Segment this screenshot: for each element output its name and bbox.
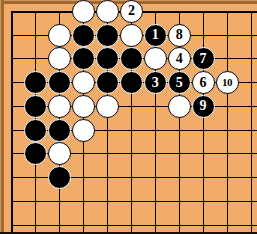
stone-black: [24, 95, 47, 118]
intersection: [0, 213, 24, 234]
intersection: [96, 166, 120, 190]
stone-black: [96, 24, 119, 47]
intersection: [191, 0, 215, 23]
stone-white: [96, 0, 119, 23]
intersection: 6: [191, 71, 215, 95]
intersection: [24, 213, 48, 234]
intersection: 7: [191, 47, 215, 71]
intersection: [48, 213, 72, 234]
move-number: 9: [200, 99, 207, 113]
intersection: [120, 118, 144, 142]
intersection: [120, 166, 144, 190]
intersection: [239, 142, 257, 166]
stone-black: [72, 47, 95, 70]
move-number: 5: [176, 75, 183, 89]
stone-white: [72, 119, 95, 142]
intersection: [143, 118, 167, 142]
stone-white: [72, 0, 95, 23]
intersection: [0, 47, 24, 71]
intersection: [24, 166, 48, 190]
stone-black: [96, 47, 119, 70]
intersection: [215, 190, 239, 214]
stone-white: [168, 95, 191, 118]
stone-black-move-3: 3: [144, 71, 167, 94]
intersection: [143, 47, 167, 71]
intersection: [24, 71, 48, 95]
intersection: [143, 0, 167, 23]
intersection: [0, 95, 24, 119]
stone-white-move-2: 2: [120, 0, 143, 23]
stone-black: [24, 71, 47, 94]
intersection: [0, 71, 24, 95]
intersection: [72, 213, 96, 234]
intersection: 8: [167, 23, 191, 47]
intersection: [120, 71, 144, 95]
move-number: 3: [152, 75, 159, 89]
intersection: 1: [143, 23, 167, 47]
intersection: [24, 142, 48, 166]
intersection: [215, 0, 239, 23]
stone-black-move-9: 9: [192, 95, 215, 118]
intersection: 3: [143, 71, 167, 95]
intersection: [167, 166, 191, 190]
stone-black: [48, 71, 71, 94]
intersection: [72, 142, 96, 166]
move-number: 1: [152, 28, 159, 42]
intersection: [0, 142, 24, 166]
intersection: [24, 47, 48, 71]
stone-white: [48, 47, 71, 70]
intersection: [120, 95, 144, 119]
intersection: [24, 190, 48, 214]
stone-black: [72, 24, 95, 47]
stone-white-move-6: 6: [192, 71, 215, 94]
stone-white: [72, 71, 95, 94]
stone-white: [144, 47, 167, 70]
stone-white: [48, 95, 71, 118]
intersection: [120, 190, 144, 214]
intersection: [96, 47, 120, 71]
intersection: [120, 47, 144, 71]
stone-black-move-5: 5: [168, 71, 191, 94]
intersection: [239, 71, 257, 95]
intersection: [72, 0, 96, 23]
intersection: [239, 166, 257, 190]
move-number: 7: [200, 51, 207, 65]
intersection: [239, 0, 257, 23]
intersection: [72, 71, 96, 95]
intersection: [24, 95, 48, 119]
intersection: [96, 71, 120, 95]
intersection: [0, 166, 24, 190]
intersection: [72, 23, 96, 47]
intersection: [191, 118, 215, 142]
intersection: [167, 95, 191, 119]
stone-black: [24, 142, 47, 165]
intersection: [96, 142, 120, 166]
intersection: [120, 142, 144, 166]
intersection: [143, 166, 167, 190]
stone-white-move-4: 4: [168, 47, 191, 70]
intersection: [167, 142, 191, 166]
intersection: [167, 190, 191, 214]
stone-black: [120, 47, 143, 70]
intersection: [215, 118, 239, 142]
intersection: [96, 95, 120, 119]
intersection: [48, 23, 72, 47]
intersection: [0, 118, 24, 142]
intersection: [48, 142, 72, 166]
intersection: [167, 118, 191, 142]
intersection: [239, 95, 257, 119]
stone-black: [48, 119, 71, 142]
intersection: [215, 166, 239, 190]
intersection: [72, 95, 96, 119]
stone-white: [72, 95, 95, 118]
intersection: [48, 0, 72, 23]
intersection: [143, 213, 167, 234]
intersection: [72, 47, 96, 71]
intersection: [24, 118, 48, 142]
stone-white: [120, 24, 143, 47]
intersection: [96, 23, 120, 47]
intersection: [72, 190, 96, 214]
intersection: [48, 95, 72, 119]
intersection: [48, 71, 72, 95]
stone-white-move-8: 8: [168, 24, 191, 47]
intersection: 10: [215, 71, 239, 95]
stone-white-move-10: 10: [216, 71, 239, 94]
intersection: [143, 142, 167, 166]
intersection: [48, 190, 72, 214]
stone-black: [96, 71, 119, 94]
intersection: [215, 23, 239, 47]
stone-white: [96, 95, 119, 118]
move-number: 4: [176, 51, 183, 65]
intersection: [143, 190, 167, 214]
stone-black: [48, 166, 71, 189]
intersection: [239, 47, 257, 71]
intersection: [48, 47, 72, 71]
intersection: [96, 118, 120, 142]
go-board-grid: 21847356109: [0, 0, 257, 234]
move-number: 8: [176, 28, 183, 42]
intersection: [215, 47, 239, 71]
intersection: [215, 95, 239, 119]
intersection: [239, 190, 257, 214]
intersection: 9: [191, 95, 215, 119]
intersection: [143, 95, 167, 119]
stone-black-move-7: 7: [192, 47, 215, 70]
intersection: [72, 118, 96, 142]
stone-white: [48, 24, 71, 47]
intersection: [72, 166, 96, 190]
move-number: 10: [222, 77, 232, 88]
intersection: [167, 0, 191, 23]
intersection: 2: [120, 0, 144, 23]
intersection: [96, 213, 120, 234]
intersection: [215, 213, 239, 234]
intersection: 5: [167, 71, 191, 95]
intersection: [24, 23, 48, 47]
intersection: [239, 23, 257, 47]
intersection: [191, 23, 215, 47]
intersection: [48, 118, 72, 142]
intersection: [0, 0, 24, 23]
intersection: [239, 118, 257, 142]
intersection: [0, 23, 24, 47]
intersection: [96, 0, 120, 23]
move-number: 6: [200, 75, 207, 89]
intersection: [120, 213, 144, 234]
intersection: [48, 166, 72, 190]
stone-black-move-1: 1: [144, 24, 167, 47]
intersection: 4: [167, 47, 191, 71]
intersection: [191, 213, 215, 234]
intersection: [0, 190, 24, 214]
stone-black: [24, 119, 47, 142]
intersection: [191, 166, 215, 190]
intersection: [167, 213, 191, 234]
intersection: [191, 190, 215, 214]
intersection: [24, 0, 48, 23]
go-diagram: 21847356109: [0, 0, 257, 234]
intersection: [239, 213, 257, 234]
move-number: 2: [128, 4, 135, 18]
intersection: [191, 142, 215, 166]
image-bottom-edge: [0, 232, 257, 234]
intersection: [120, 23, 144, 47]
stone-black: [120, 71, 143, 94]
intersection: [215, 142, 239, 166]
intersection: [96, 190, 120, 214]
stone-white: [48, 142, 71, 165]
